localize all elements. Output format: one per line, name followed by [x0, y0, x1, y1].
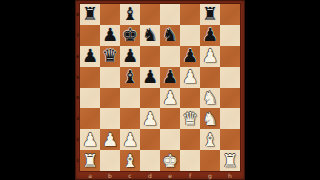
- square-a1[interactable]: ♜: [80, 150, 100, 171]
- black-knight: ♞: [162, 26, 178, 44]
- square-f1[interactable]: [180, 150, 200, 171]
- white-queen: ♛: [182, 109, 198, 127]
- white-king: ♚: [162, 151, 178, 169]
- black-pawn: ♟: [202, 26, 218, 44]
- square-g6[interactable]: ♟: [200, 46, 220, 67]
- square-g4[interactable]: ♞: [200, 88, 220, 109]
- white-pawn: ♟: [202, 47, 218, 65]
- square-e6[interactable]: [160, 46, 180, 67]
- black-pawn: ♟: [122, 47, 138, 65]
- square-f6[interactable]: ♟: [180, 46, 200, 67]
- white-bishop: ♝: [122, 151, 138, 169]
- square-b8[interactable]: [100, 4, 120, 25]
- square-f2[interactable]: [180, 129, 200, 150]
- white-bishop: ♝: [202, 130, 218, 148]
- square-b6[interactable]: ♛: [100, 46, 120, 67]
- square-c2[interactable]: ♟: [120, 129, 140, 150]
- square-h6[interactable]: [220, 46, 240, 67]
- square-f5[interactable]: ♟: [180, 67, 200, 88]
- square-d6[interactable]: [140, 46, 160, 67]
- square-e1[interactable]: ♚: [160, 150, 180, 171]
- chess-board-frame: 87654321 ♜♝♜♟♚♞♞♟♟♛♟♟♟♝♟♟♟♟♞♟♛♞♟♟♟♝♜♝♚♜ …: [75, 0, 245, 180]
- letterbox-right: [245, 0, 320, 180]
- square-h2[interactable]: [220, 129, 240, 150]
- square-a5[interactable]: [80, 67, 100, 88]
- square-d8[interactable]: [140, 4, 160, 25]
- black-pawn: ♟: [162, 68, 178, 86]
- white-rook: ♜: [82, 151, 98, 169]
- square-d2[interactable]: [140, 129, 160, 150]
- black-rook: ♜: [82, 5, 98, 23]
- file-label-a: a: [80, 171, 100, 180]
- square-b3[interactable]: [100, 108, 120, 129]
- black-pawn: ♟: [182, 47, 198, 65]
- square-d3[interactable]: ♟: [140, 108, 160, 129]
- square-b1[interactable]: [100, 150, 120, 171]
- white-pawn: ♟: [142, 109, 158, 127]
- white-knight: ♞: [202, 88, 218, 106]
- square-b5[interactable]: [100, 67, 120, 88]
- black-king: ♚: [122, 26, 138, 44]
- file-label-h: h: [220, 171, 240, 180]
- square-c5[interactable]: ♝: [120, 67, 140, 88]
- square-f7[interactable]: [180, 25, 200, 46]
- letterbox-left: [0, 0, 75, 180]
- square-e7[interactable]: ♞: [160, 25, 180, 46]
- square-h3[interactable]: [220, 108, 240, 129]
- square-f4[interactable]: [180, 88, 200, 109]
- square-e3[interactable]: [160, 108, 180, 129]
- file-label-e: e: [160, 171, 180, 180]
- square-c4[interactable]: [120, 88, 140, 109]
- black-knight: ♞: [142, 26, 158, 44]
- square-g5[interactable]: [200, 67, 220, 88]
- white-pawn: ♟: [82, 130, 98, 148]
- square-e4[interactable]: ♟: [160, 88, 180, 109]
- square-h1[interactable]: ♜: [220, 150, 240, 171]
- file-label-b: b: [100, 171, 120, 180]
- square-e5[interactable]: ♟: [160, 67, 180, 88]
- chess-board: ♜♝♜♟♚♞♞♟♟♛♟♟♟♝♟♟♟♟♞♟♛♞♟♟♟♝♜♝♚♜: [80, 4, 240, 171]
- square-g8[interactable]: ♜: [200, 4, 220, 25]
- white-pawn: ♟: [122, 130, 138, 148]
- white-pawn: ♟: [162, 88, 178, 106]
- white-knight: ♞: [202, 109, 218, 127]
- file-label-g: g: [200, 171, 220, 180]
- square-a8[interactable]: ♜: [80, 4, 100, 25]
- black-bishop: ♝: [122, 5, 138, 23]
- black-pawn: ♟: [82, 47, 98, 65]
- square-h5[interactable]: [220, 67, 240, 88]
- square-g3[interactable]: ♞: [200, 108, 220, 129]
- square-e2[interactable]: [160, 129, 180, 150]
- file-label-f: f: [180, 171, 200, 180]
- black-pawn: ♟: [142, 68, 158, 86]
- square-c6[interactable]: ♟: [120, 46, 140, 67]
- square-b7[interactable]: ♟: [100, 25, 120, 46]
- square-b2[interactable]: ♟: [100, 129, 120, 150]
- white-pawn: ♟: [182, 68, 198, 86]
- square-c7[interactable]: ♚: [120, 25, 140, 46]
- black-pawn: ♟: [102, 26, 118, 44]
- black-bishop: ♝: [122, 68, 138, 86]
- square-b4[interactable]: [100, 88, 120, 109]
- square-c3[interactable]: [120, 108, 140, 129]
- file-label-d: d: [140, 171, 160, 180]
- square-d1[interactable]: [140, 150, 160, 171]
- square-a7[interactable]: [80, 25, 100, 46]
- black-rook: ♜: [202, 5, 218, 23]
- square-h8[interactable]: [220, 4, 240, 25]
- square-g1[interactable]: [200, 150, 220, 171]
- square-h7[interactable]: [220, 25, 240, 46]
- white-rook: ♜: [222, 151, 238, 169]
- square-e8[interactable]: [160, 4, 180, 25]
- video-frame: 87654321 ♜♝♜♟♚♞♞♟♟♛♟♟♟♝♟♟♟♟♞♟♛♞♟♟♟♝♜♝♚♜ …: [0, 0, 320, 180]
- square-a4[interactable]: [80, 88, 100, 109]
- black-queen: ♛: [102, 47, 118, 65]
- square-f3[interactable]: ♛: [180, 108, 200, 129]
- square-g7[interactable]: ♟: [200, 25, 220, 46]
- square-d5[interactable]: ♟: [140, 67, 160, 88]
- square-g2[interactable]: ♝: [200, 129, 220, 150]
- square-a6[interactable]: ♟: [80, 46, 100, 67]
- square-c8[interactable]: ♝: [120, 4, 140, 25]
- square-d4[interactable]: [140, 88, 160, 109]
- white-pawn: ♟: [102, 130, 118, 148]
- file-label-c: c: [120, 171, 140, 180]
- square-d7[interactable]: ♞: [140, 25, 160, 46]
- square-f8[interactable]: [180, 4, 200, 25]
- square-h4[interactable]: [220, 88, 240, 109]
- square-a3[interactable]: [80, 108, 100, 129]
- square-c1[interactable]: ♝: [120, 150, 140, 171]
- file-labels: abcdefgh: [80, 171, 240, 180]
- square-a2[interactable]: ♟: [80, 129, 100, 150]
